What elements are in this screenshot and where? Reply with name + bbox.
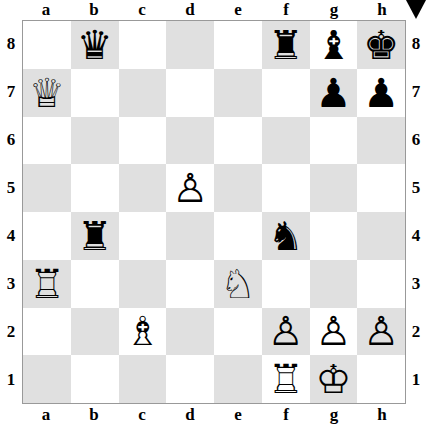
white-queen-a7: ♕	[29, 73, 65, 113]
rank-label-8-right: 8	[406, 20, 426, 68]
black-rook-f8: ♜	[268, 25, 304, 65]
file-label-b-top: b	[70, 0, 118, 20]
file-label-h-bottom: h	[358, 404, 406, 426]
square-e6[interactable]	[214, 117, 262, 165]
square-h6[interactable]	[357, 117, 405, 165]
square-g2[interactable]: ♙	[310, 308, 358, 356]
corner-bottom-right	[406, 404, 426, 426]
square-e3[interactable]: ♘	[214, 260, 262, 308]
square-c2[interactable]: ♗	[119, 308, 167, 356]
square-g8[interactable]: ♝	[310, 21, 358, 69]
square-d1[interactable]	[166, 355, 214, 403]
rank-labels-left: 87654321	[0, 20, 22, 404]
square-e5[interactable]	[214, 164, 262, 212]
rank-label-5-left: 5	[0, 164, 22, 212]
white-rook-a3: ♖	[29, 264, 65, 304]
rank-label-1-right: 1	[406, 356, 426, 404]
black-knight-f4: ♞	[268, 216, 304, 256]
square-a3[interactable]: ♖	[23, 260, 71, 308]
file-labels-bottom: abcdefgh	[22, 404, 406, 426]
square-f6[interactable]	[262, 117, 310, 165]
rank-label-7-left: 7	[0, 68, 22, 116]
rank-label-6-left: 6	[0, 116, 22, 164]
square-c1[interactable]	[119, 355, 167, 403]
square-h2[interactable]: ♙	[357, 308, 405, 356]
square-f2[interactable]: ♙	[262, 308, 310, 356]
square-a1[interactable]	[23, 355, 71, 403]
rank-label-2-left: 2	[0, 308, 22, 356]
square-b5[interactable]	[71, 164, 119, 212]
square-a8[interactable]	[23, 21, 71, 69]
square-h4[interactable]	[357, 212, 405, 260]
black-rook-b4: ♜	[77, 216, 113, 256]
square-b6[interactable]	[71, 117, 119, 165]
file-label-d-top: d	[166, 0, 214, 20]
square-c4[interactable]	[119, 212, 167, 260]
square-h3[interactable]	[357, 260, 405, 308]
square-h8[interactable]: ♚	[357, 21, 405, 69]
file-labels-top: abcdefgh	[22, 0, 406, 20]
square-a6[interactable]	[23, 117, 71, 165]
rank-label-7-right: 7	[406, 68, 426, 116]
black-bishop-g8: ♝	[315, 25, 351, 65]
square-b7[interactable]	[71, 69, 119, 117]
square-e1[interactable]	[214, 355, 262, 403]
corner-top-right	[406, 0, 426, 20]
file-label-f-top: f	[262, 0, 310, 20]
square-g4[interactable]	[310, 212, 358, 260]
rank-label-1-left: 1	[0, 356, 22, 404]
square-f4[interactable]: ♞	[262, 212, 310, 260]
rank-label-4-left: 4	[0, 212, 22, 260]
square-h1[interactable]	[357, 355, 405, 403]
square-a7[interactable]: ♕	[23, 69, 71, 117]
square-b3[interactable]	[71, 260, 119, 308]
corner-top-left	[0, 0, 22, 20]
square-g1[interactable]: ♔	[310, 355, 358, 403]
file-label-g-top: g	[310, 0, 358, 20]
file-label-c-top: c	[118, 0, 166, 20]
square-c5[interactable]	[119, 164, 167, 212]
rank-label-3-right: 3	[406, 260, 426, 308]
square-g6[interactable]	[310, 117, 358, 165]
file-label-f-bottom: f	[262, 404, 310, 426]
corner-bottom-left	[0, 404, 22, 426]
file-label-g-bottom: g	[310, 404, 358, 426]
square-g7[interactable]: ♟	[310, 69, 358, 117]
square-a2[interactable]	[23, 308, 71, 356]
white-bishop-c2: ♗	[124, 311, 160, 351]
file-label-b-bottom: b	[70, 404, 118, 426]
square-c8[interactable]	[119, 21, 167, 69]
square-f3[interactable]	[262, 260, 310, 308]
square-d4[interactable]	[166, 212, 214, 260]
black-to-move-indicator	[406, 0, 426, 19]
square-h7[interactable]: ♟	[357, 69, 405, 117]
file-label-c-bottom: c	[118, 404, 166, 426]
black-pawn-h7: ♟	[363, 73, 399, 113]
rank-label-2-right: 2	[406, 308, 426, 356]
white-rook-f1: ♖	[268, 359, 304, 399]
square-f1[interactable]: ♖	[262, 355, 310, 403]
square-f5[interactable]	[262, 164, 310, 212]
black-queen-b8: ♛	[77, 25, 113, 65]
file-label-e-bottom: e	[214, 404, 262, 426]
square-a4[interactable]	[23, 212, 71, 260]
square-f8[interactable]: ♜	[262, 21, 310, 69]
file-label-h-top: h	[358, 0, 406, 20]
square-c7[interactable]	[119, 69, 167, 117]
square-d3[interactable]	[166, 260, 214, 308]
square-b4[interactable]: ♜	[71, 212, 119, 260]
square-b2[interactable]	[71, 308, 119, 356]
rank-label-3-left: 3	[0, 260, 22, 308]
white-king-g1: ♔	[315, 359, 351, 399]
square-d2[interactable]	[166, 308, 214, 356]
black-pawn-g7: ♟	[315, 73, 351, 113]
square-d8[interactable]	[166, 21, 214, 69]
rank-label-8-left: 8	[0, 20, 22, 68]
square-e7[interactable]	[214, 69, 262, 117]
white-pawn-h2: ♙	[363, 311, 399, 351]
square-a5[interactable]	[23, 164, 71, 212]
square-d7[interactable]	[166, 69, 214, 117]
square-c3[interactable]	[119, 260, 167, 308]
file-label-d-bottom: d	[166, 404, 214, 426]
file-label-a-bottom: a	[22, 404, 70, 426]
rank-label-6-right: 6	[406, 116, 426, 164]
white-knight-e3: ♘	[220, 264, 256, 304]
chess-diagram: abcdefgh 87654321 ♛♜♝♚♕♟♟♙♜♞♖♘♗♙♙♙♖♔ 876…	[0, 0, 426, 426]
square-g5[interactable]	[310, 164, 358, 212]
rank-label-4-right: 4	[406, 212, 426, 260]
rank-labels-right: 87654321	[406, 20, 426, 404]
square-g3[interactable]	[310, 260, 358, 308]
square-f7[interactable]	[262, 69, 310, 117]
square-c6[interactable]	[119, 117, 167, 165]
square-e4[interactable]	[214, 212, 262, 260]
square-e8[interactable]	[214, 21, 262, 69]
square-d5[interactable]: ♙	[166, 164, 214, 212]
file-label-e-top: e	[214, 0, 262, 20]
white-pawn-d5: ♙	[172, 168, 208, 208]
square-b1[interactable]	[71, 355, 119, 403]
square-b8[interactable]: ♛	[71, 21, 119, 69]
square-d6[interactable]	[166, 117, 214, 165]
file-label-a-top: a	[22, 0, 70, 20]
square-e2[interactable]	[214, 308, 262, 356]
black-king-h8: ♚	[363, 25, 399, 65]
square-h5[interactable]	[357, 164, 405, 212]
white-pawn-f2: ♙	[268, 311, 304, 351]
board: ♛♜♝♚♕♟♟♙♜♞♖♘♗♙♙♙♖♔	[22, 20, 406, 404]
rank-label-5-right: 5	[406, 164, 426, 212]
white-pawn-g2: ♙	[315, 311, 351, 351]
